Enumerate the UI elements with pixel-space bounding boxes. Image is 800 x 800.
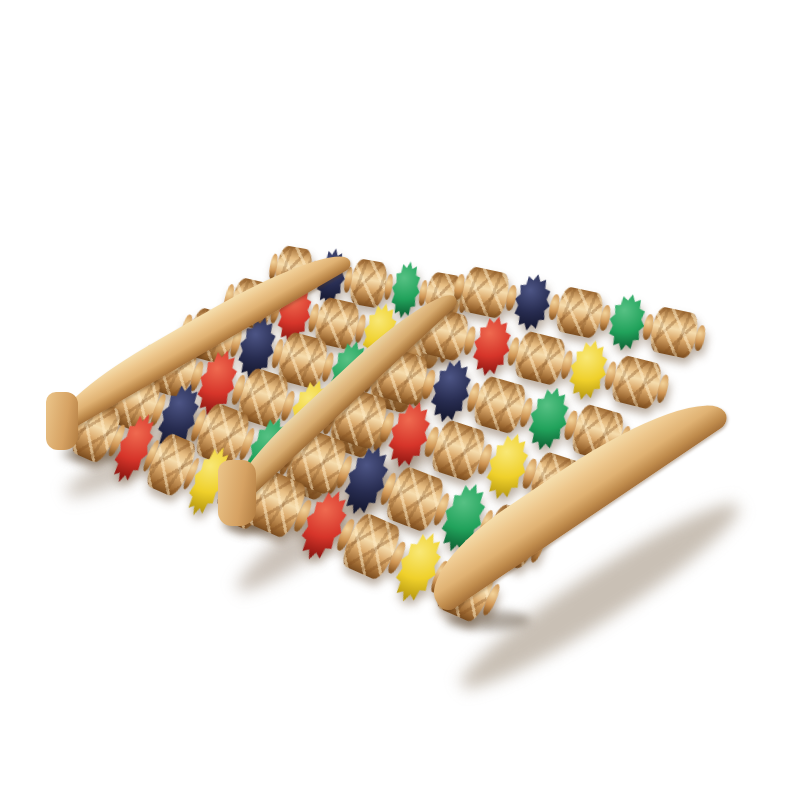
wood-roller-segment (512, 329, 567, 386)
wood-roller-segment (648, 306, 700, 359)
wood-roller-segment (459, 266, 511, 319)
wood-roller-segment (609, 354, 664, 411)
spike-roller-green (604, 291, 650, 355)
spike-roller-yellow (563, 336, 613, 404)
wood-roller-segment (554, 286, 606, 339)
center-rail-end-cap (218, 460, 256, 526)
product-photo-stage (0, 0, 800, 800)
spike-roller-navy (509, 271, 555, 335)
left-rail-end-cap (46, 392, 78, 450)
